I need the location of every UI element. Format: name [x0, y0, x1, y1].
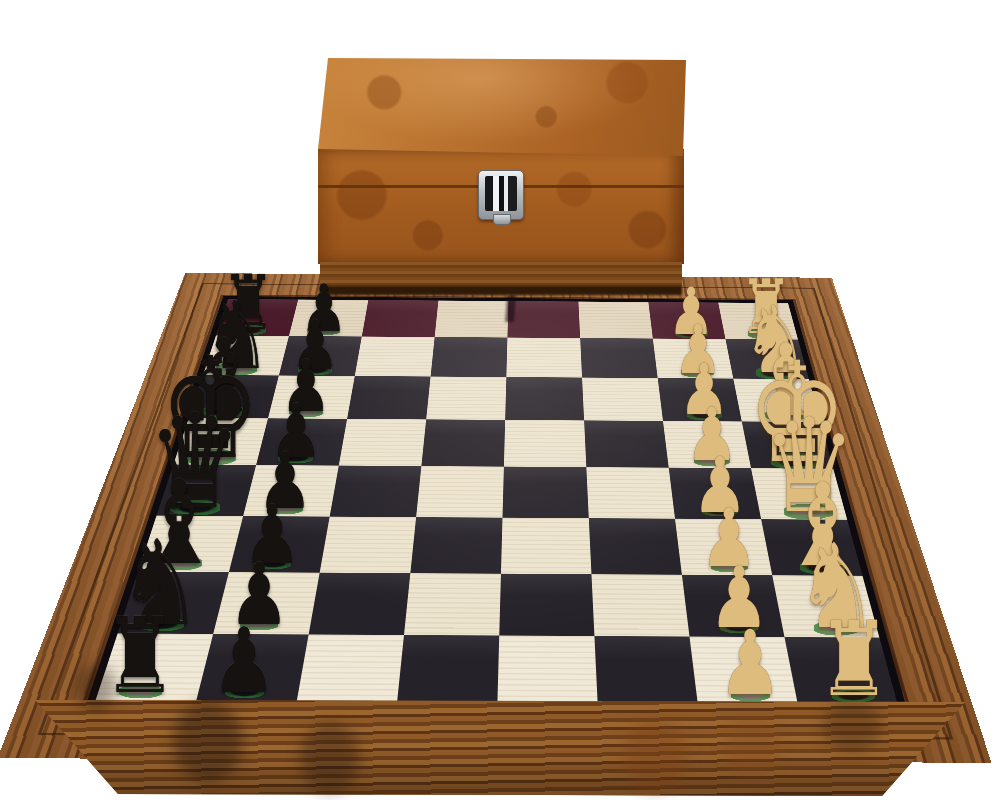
- storage-box: [318, 58, 686, 295]
- box-clasp: [478, 170, 524, 220]
- clasp-inlay: [485, 176, 517, 211]
- square-b4[interactable]: [499, 574, 594, 636]
- clasp-hook: [493, 214, 511, 225]
- square-h5[interactable]: [435, 301, 509, 338]
- square-d5[interactable]: [416, 466, 504, 518]
- square-f3[interactable]: [582, 378, 663, 421]
- square-f6[interactable]: [347, 376, 430, 419]
- piece-black-rook[interactable]: ♜: [103, 604, 178, 708]
- square-d3[interactable]: [586, 467, 675, 519]
- square-b6[interactable]: [309, 573, 411, 635]
- square-a3[interactable]: [594, 636, 697, 705]
- square-g6[interactable]: [355, 337, 435, 377]
- square-b3[interactable]: [591, 574, 689, 636]
- square-g3[interactable]: [580, 338, 658, 378]
- square-c6[interactable]: [320, 517, 416, 574]
- square-f4[interactable]: [505, 377, 584, 420]
- square-c3[interactable]: [589, 518, 682, 575]
- piece-white-rook[interactable]: ♜: [817, 608, 891, 711]
- square-f5[interactable]: [426, 377, 506, 420]
- square-e6[interactable]: [339, 419, 426, 466]
- square-h4[interactable]: [507, 301, 580, 338]
- square-h3[interactable]: [578, 302, 652, 339]
- square-h6[interactable]: [362, 300, 439, 337]
- box-contact-shadow: [320, 286, 682, 295]
- square-e3[interactable]: [584, 420, 669, 467]
- square-a6[interactable]: [296, 634, 404, 703]
- square-g4[interactable]: [506, 338, 582, 378]
- piece-black-pawn[interactable]: ♟: [212, 616, 276, 706]
- square-a4[interactable]: [497, 635, 597, 704]
- square-d6[interactable]: [330, 466, 422, 518]
- square-c5[interactable]: [410, 517, 502, 574]
- piece-white-pawn[interactable]: ♟: [718, 619, 782, 708]
- scene: ♜♟♟♜♞♟♟♞♝♟♟♝♚♟♟♚♛♟♟♛♝♟♟♝♞♟♟♞♜♟♟♜: [0, 0, 1000, 800]
- square-e4[interactable]: [504, 420, 586, 467]
- square-e5[interactable]: [421, 419, 505, 466]
- square-b5[interactable]: [404, 573, 501, 635]
- square-d4[interactable]: [502, 467, 588, 519]
- square-g5[interactable]: [431, 337, 508, 377]
- box-base-molding: [320, 262, 682, 288]
- square-c4[interactable]: [501, 518, 592, 575]
- square-a5[interactable]: [397, 635, 499, 704]
- box-lid: [318, 58, 686, 156]
